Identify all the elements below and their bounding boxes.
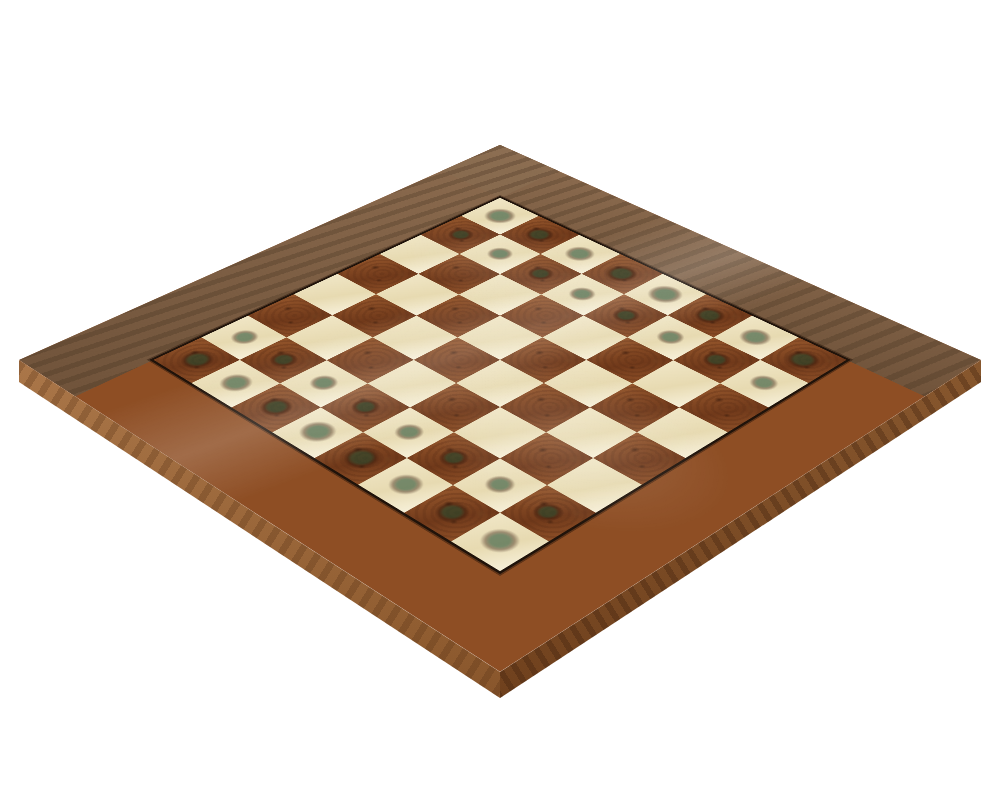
chess-board: ♜♞♝♛♚♝♞♜♟♟♟♟♟♟♟♟♟♟♟♟♟♟♟♟♜♞♝♛♚♝♞♜ — [19, 145, 981, 672]
product-photo-stage: ♜♞♝♛♚♝♞♜♟♟♟♟♟♟♟♟♟♟♟♟♟♟♟♟♜♞♝♛♚♝♞♜ — [0, 0, 1000, 800]
piece-glyph: ♜ — [442, 412, 558, 541]
piece-glyph: ♟ — [722, 289, 806, 383]
